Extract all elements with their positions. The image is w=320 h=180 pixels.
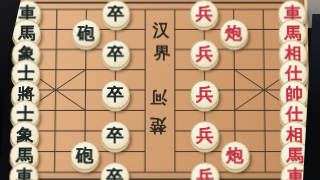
piece-character: 卒 — [107, 45, 124, 62]
piece-red-soldier[interactable]: 兵 — [190, 80, 219, 109]
piece-character: 兵 — [196, 126, 213, 143]
piece-red-cannon[interactable]: 炮 — [220, 141, 250, 170]
piece-character: 卒 — [107, 85, 124, 102]
piece-character: 兵 — [196, 85, 213, 102]
piece-black-soldier[interactable]: 卒 — [100, 121, 129, 150]
piece-character: 兵 — [196, 5, 213, 22]
piece-character: 卒 — [106, 126, 123, 143]
piece-character: 卒 — [106, 168, 123, 180]
piece-character: 卒 — [107, 5, 124, 22]
piece-red-soldier[interactable]: 兵 — [190, 39, 219, 68]
piece-black-cannon[interactable]: 砲 — [70, 141, 100, 170]
piece-black-soldier[interactable]: 卒 — [100, 162, 130, 180]
piece-black-soldier[interactable]: 卒 — [101, 39, 130, 68]
piece-character: 砲 — [78, 25, 95, 42]
piece-red-soldier[interactable]: 兵 — [190, 0, 219, 28]
photo-scene: 汉 界 河 楚 車馬象士將士象馬車砲砲卒卒卒卒卒兵兵兵兵兵炮炮車馬相仕帥仕相馬車 — [0, 0, 320, 180]
piece-black-soldier[interactable]: 卒 — [101, 0, 130, 28]
piece-character: 炮 — [225, 25, 242, 42]
xiangqi-board: 汉 界 河 楚 車馬象士將士象馬車砲砲卒卒卒卒卒兵兵兵兵兵炮炮車馬相仕帥仕相馬車 — [12, 0, 311, 180]
piece-character: 兵 — [196, 45, 213, 62]
piece-character: 車 — [16, 168, 34, 180]
piece-red-soldier[interactable]: 兵 — [190, 121, 219, 150]
piece-character: 車 — [287, 168, 305, 180]
piece-character: 兵 — [196, 168, 213, 180]
piece-character: 炮 — [226, 147, 243, 164]
piece-red-cannon[interactable]: 炮 — [219, 19, 248, 47]
pieces-layer: 車馬象士將士象馬車砲砲卒卒卒卒卒兵兵兵兵兵炮炮車馬相仕帥仕相馬車 — [9, 0, 311, 180]
piece-character: 砲 — [76, 147, 93, 164]
piece-black-soldier[interactable]: 卒 — [101, 80, 130, 109]
piece-black-cannon[interactable]: 砲 — [72, 19, 101, 47]
piece-red-soldier[interactable]: 兵 — [190, 162, 220, 180]
